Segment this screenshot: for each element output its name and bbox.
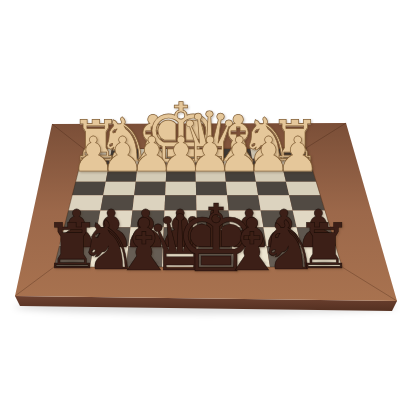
square <box>297 227 336 246</box>
square <box>76 170 108 182</box>
square <box>134 182 166 196</box>
square <box>126 246 163 267</box>
square <box>227 195 260 210</box>
square <box>136 170 167 182</box>
square <box>64 210 100 227</box>
square <box>225 170 256 182</box>
square <box>196 195 228 210</box>
square <box>301 246 342 267</box>
square <box>252 159 283 170</box>
square <box>90 246 128 267</box>
square <box>167 149 195 159</box>
square <box>163 227 198 246</box>
square <box>283 170 316 182</box>
square <box>103 182 136 196</box>
chess-board <box>0 0 400 400</box>
square <box>128 227 163 246</box>
square <box>164 210 197 227</box>
square <box>197 210 231 227</box>
square <box>196 182 227 196</box>
square <box>230 227 266 246</box>
square <box>68 195 103 210</box>
square <box>267 246 306 267</box>
square <box>94 227 131 246</box>
square <box>165 182 196 196</box>
square <box>256 182 289 196</box>
square <box>82 149 112 159</box>
square <box>261 210 297 227</box>
square <box>286 182 320 196</box>
square <box>223 149 252 159</box>
square <box>166 170 196 182</box>
square <box>196 170 226 182</box>
square <box>106 170 137 182</box>
square <box>59 227 97 246</box>
square <box>197 246 234 267</box>
square <box>110 149 140 159</box>
square <box>251 149 281 159</box>
square <box>79 159 110 170</box>
square <box>132 195 165 210</box>
square <box>197 227 232 246</box>
square <box>293 210 330 227</box>
square <box>232 246 270 267</box>
square <box>108 159 138 170</box>
square <box>162 246 198 267</box>
square <box>229 210 264 227</box>
square <box>224 159 254 170</box>
square <box>195 159 224 170</box>
square <box>281 159 313 170</box>
square <box>258 195 293 210</box>
square <box>263 227 301 246</box>
square <box>278 149 309 159</box>
square <box>195 149 224 159</box>
square <box>137 159 167 170</box>
square <box>254 170 286 182</box>
square <box>226 182 258 196</box>
square <box>138 149 167 159</box>
square <box>165 195 197 210</box>
square <box>97 210 132 227</box>
square <box>72 182 105 196</box>
square <box>54 246 94 267</box>
square <box>100 195 134 210</box>
square <box>166 159 195 170</box>
chessboard-photo: ♜♞♝♚♛♝♞♜♟♟♟♟♟♟♟♟♟♟♟♟♟♟♟♟♜♞♝♛♚♝♞♜ <box>0 0 400 400</box>
square <box>289 195 325 210</box>
square <box>131 210 165 227</box>
